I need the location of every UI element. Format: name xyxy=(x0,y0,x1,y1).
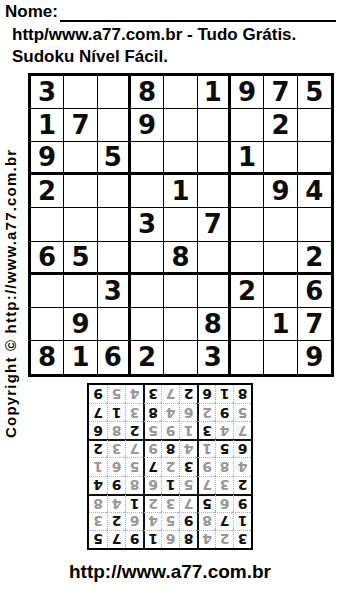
solution-cell-r9c1: 8 xyxy=(233,385,251,403)
solution-cell-r9c5: 7 xyxy=(161,385,179,403)
sudoku-cell-r4c2[interactable] xyxy=(64,175,97,208)
solution-cell-r2c5: 5 xyxy=(161,512,179,530)
solution-cell-r2c4: 9 xyxy=(179,512,197,530)
solution-cell-r9c3: 6 xyxy=(197,385,215,403)
sudoku-cell-r4c7[interactable] xyxy=(231,175,264,208)
solution-cell-r9c2: 1 xyxy=(215,385,233,403)
sudoku-cell-r9c8[interactable] xyxy=(264,341,297,374)
solution-cell-r1c6: 1 xyxy=(143,530,161,548)
sudoku-cell-r3c1[interactable]: 9 xyxy=(31,142,64,175)
sudoku-cell-r2c1[interactable]: 1 xyxy=(31,109,64,142)
sudoku-cell-r1c9[interactable]: 5 xyxy=(298,76,331,109)
sudoku-cell-r1c2[interactable] xyxy=(64,76,97,109)
sudoku-cell-r6c8[interactable] xyxy=(264,242,297,275)
solution-cell-r5c4: 3 xyxy=(179,457,197,475)
solution-cell-r5c8: 6 xyxy=(107,457,125,475)
solution-cell-r1c8: 7 xyxy=(107,530,125,548)
solution-cell-r5c5: 2 xyxy=(161,457,179,475)
sudoku-cell-r7c9[interactable]: 6 xyxy=(298,275,331,308)
sudoku-cell-r1c8[interactable]: 7 xyxy=(264,76,297,109)
sudoku-cell-r9c3[interactable]: 6 xyxy=(98,341,131,374)
solution-cell-r6c1: 6 xyxy=(233,439,251,457)
sudoku-cell-r4c6[interactable] xyxy=(198,175,231,208)
sudoku-cell-r9c2[interactable]: 1 xyxy=(64,341,97,374)
solution-cell-r6c7: 7 xyxy=(125,439,143,457)
solution-cell-r3c9: 8 xyxy=(89,494,107,512)
solution-cell-r8c6: 8 xyxy=(143,403,161,421)
sudoku-cell-r8c8[interactable]: 1 xyxy=(264,308,297,341)
solution-cell-r8c2: 9 xyxy=(215,403,233,421)
sudoku-cell-r5c6[interactable]: 7 xyxy=(198,208,231,241)
solution-cell-r7c4: 1 xyxy=(179,421,197,439)
solution-cell-r5c3: 9 xyxy=(197,457,215,475)
solution-cell-r7c5: 9 xyxy=(161,421,179,439)
solution-grid-rotated: 3248619751789546239657321482375168944893… xyxy=(87,383,253,550)
sudoku-cell-r5c9[interactable] xyxy=(298,208,331,241)
solution-cell-r1c7: 9 xyxy=(125,530,143,548)
sudoku-cell-r3c6[interactable] xyxy=(198,142,231,175)
sudoku-cell-r2c3[interactable] xyxy=(98,109,131,142)
sudoku-cell-r6c6[interactable] xyxy=(198,242,231,275)
solution-cell-r4c7: 8 xyxy=(125,476,143,494)
solution-cell-r8c4: 6 xyxy=(179,403,197,421)
copyright-vertical-text: Copyright © http://www.a77.com.br xyxy=(2,149,19,438)
solution-cell-r3c7: 1 xyxy=(125,494,143,512)
solution-cell-r4c3: 7 xyxy=(197,476,215,494)
sudoku-cell-r9c7[interactable] xyxy=(231,341,264,374)
solution-cell-r4c1: 2 xyxy=(233,476,251,494)
solution-cell-r8c1: 5 xyxy=(233,403,251,421)
solution-cell-r3c2: 6 xyxy=(215,494,233,512)
name-row: Nome: xyxy=(5,2,336,22)
sudoku-cell-r2c9[interactable] xyxy=(298,109,331,142)
name-label: Nome: xyxy=(5,2,58,22)
solution-cell-r1c4: 8 xyxy=(179,530,197,548)
solution-cell-r3c1: 9 xyxy=(233,494,251,512)
solution-cell-r4c4: 5 xyxy=(179,476,197,494)
solution-cell-r7c2: 4 xyxy=(215,421,233,439)
sudoku-cell-r1c6[interactable]: 1 xyxy=(198,76,231,109)
sudoku-cell-r6c2[interactable]: 5 xyxy=(64,242,97,275)
solution-cell-r6c6: 9 xyxy=(143,439,161,457)
sudoku-cell-r4c1[interactable]: 2 xyxy=(31,175,64,208)
solution-cell-r2c7: 6 xyxy=(125,512,143,530)
sudoku-cell-r1c4[interactable]: 8 xyxy=(131,76,164,109)
sudoku-cell-r3c9[interactable] xyxy=(298,142,331,175)
sudoku-cell-r5c7[interactable] xyxy=(231,208,264,241)
solution-cell-r1c9: 5 xyxy=(89,530,107,548)
solution-cell-r2c9: 3 xyxy=(89,512,107,530)
solution-cell-r5c9: 1 xyxy=(89,457,107,475)
sudoku-cell-r1c3[interactable] xyxy=(98,76,131,109)
solution-cell-r3c3: 5 xyxy=(197,494,215,512)
sudoku-cell-r3c8[interactable] xyxy=(264,142,297,175)
solution-cell-r7c8: 8 xyxy=(107,421,125,439)
solution-cell-r3c8: 4 xyxy=(107,494,125,512)
solution-cell-r2c8: 2 xyxy=(107,512,125,530)
sudoku-cell-r7c5[interactable] xyxy=(164,275,197,308)
sudoku-cell-r7c1[interactable] xyxy=(31,275,64,308)
sudoku-cell-r5c2[interactable] xyxy=(64,208,97,241)
solution-cell-r9c7: 4 xyxy=(125,385,143,403)
solution-cell-r9c6: 3 xyxy=(143,385,161,403)
sudoku-cell-r8c6[interactable]: 8 xyxy=(198,308,231,341)
sudoku-cell-r6c3[interactable] xyxy=(98,242,131,275)
sudoku-cell-r5c8[interactable] xyxy=(264,208,297,241)
solution-cell-r6c8: 3 xyxy=(107,439,125,457)
solution-cell-r1c3: 4 xyxy=(197,530,215,548)
solution-cell-r9c4: 2 xyxy=(179,385,197,403)
sudoku-cell-r2c6[interactable] xyxy=(198,109,231,142)
sudoku-cell-r8c2[interactable]: 9 xyxy=(64,308,97,341)
puzzle-title: Sudoku Nível Fácil. xyxy=(12,47,168,67)
solution-cell-r2c2: 7 xyxy=(215,512,233,530)
solution-cell-r6c4: 4 xyxy=(179,439,197,457)
sudoku-cell-r4c9[interactable]: 4 xyxy=(298,175,331,208)
solution-cell-r6c2: 5 xyxy=(215,439,233,457)
solution-cell-r4c2: 3 xyxy=(215,476,233,494)
solution-cell-r3c4: 7 xyxy=(179,494,197,512)
solution-cell-r4c6: 6 xyxy=(143,476,161,494)
sudoku-cell-r9c4[interactable]: 2 xyxy=(131,341,164,374)
sudoku-cell-r6c5[interactable]: 8 xyxy=(164,242,197,275)
solution-cell-r2c3: 8 xyxy=(197,512,215,530)
solution-cell-r1c5: 6 xyxy=(161,530,179,548)
sudoku-cell-r5c4[interactable]: 3 xyxy=(131,208,164,241)
solution-cell-r5c6: 7 xyxy=(143,457,161,475)
sudoku-cell-r8c3[interactable] xyxy=(98,308,131,341)
solution-cell-r5c2: 8 xyxy=(215,457,233,475)
sudoku-cell-r2c4[interactable]: 9 xyxy=(131,109,164,142)
sudoku-cell-r5c3[interactable] xyxy=(98,208,131,241)
sudoku-cell-r9c5[interactable] xyxy=(164,341,197,374)
site-tagline: http/www.a77.com.br - Tudo Grátis. xyxy=(12,25,296,45)
sudoku-cell-r8c9[interactable]: 7 xyxy=(298,308,331,341)
sudoku-cell-r3c4[interactable] xyxy=(131,142,164,175)
sudoku-cell-r6c1[interactable]: 6 xyxy=(31,242,64,275)
sudoku-cell-r2c2[interactable]: 7 xyxy=(64,109,97,142)
solution-cell-r4c8: 9 xyxy=(107,476,125,494)
footer-url: http://www.a77.com.br xyxy=(0,561,340,583)
sudoku-cell-r3c5[interactable] xyxy=(164,142,197,175)
sudoku-cell-r6c7[interactable] xyxy=(231,242,264,275)
solution-cell-r1c2: 2 xyxy=(215,530,233,548)
sudoku-cell-r3c3[interactable]: 5 xyxy=(98,142,131,175)
solution-cell-r1c1: 3 xyxy=(233,530,251,548)
solution-cell-r3c6: 2 xyxy=(143,494,161,512)
solution-cell-r6c9: 2 xyxy=(89,439,107,457)
sudoku-cell-r9c6[interactable]: 3 xyxy=(198,341,231,374)
sudoku-cell-r7c4[interactable] xyxy=(131,275,164,308)
sudoku-cell-r2c8[interactable]: 2 xyxy=(264,109,297,142)
sudoku-cell-r5c1[interactable] xyxy=(31,208,64,241)
name-fill-line[interactable] xyxy=(60,3,336,22)
solution-cell-r8c7: 3 xyxy=(125,403,143,421)
sudoku-cell-r5c5[interactable] xyxy=(164,208,197,241)
sudoku-cell-r8c4[interactable] xyxy=(131,308,164,341)
solution-cell-r9c8: 5 xyxy=(107,385,125,403)
sudoku-cell-r3c2[interactable] xyxy=(64,142,97,175)
sudoku-cell-r4c8[interactable]: 9 xyxy=(264,175,297,208)
sudoku-cell-r3c7[interactable]: 1 xyxy=(231,142,264,175)
sudoku-cell-r4c4[interactable] xyxy=(131,175,164,208)
sudoku-cell-r9c9[interactable]: 9 xyxy=(298,341,331,374)
sudoku-cell-r7c8[interactable] xyxy=(264,275,297,308)
sudoku-cell-r1c7[interactable]: 9 xyxy=(231,76,264,109)
solution-cell-r7c1: 7 xyxy=(233,421,251,439)
solution-cell-r7c3: 3 xyxy=(197,421,215,439)
sudoku-cell-r2c7[interactable] xyxy=(231,109,264,142)
solution-cell-r7c6: 5 xyxy=(143,421,161,439)
solution-cell-r2c1: 1 xyxy=(233,512,251,530)
sudoku-grid[interactable]: 381975179295121943765823269817816239 xyxy=(28,73,334,377)
solution-cell-r5c7: 5 xyxy=(125,457,143,475)
sudoku-cell-r7c6[interactable] xyxy=(198,275,231,308)
solution-cell-r5c1: 4 xyxy=(233,457,251,475)
solution-cell-r4c9: 4 xyxy=(89,476,107,494)
solution-cell-r9c9: 9 xyxy=(89,385,107,403)
solution-cell-r8c3: 2 xyxy=(197,403,215,421)
sudoku-worksheet-page: Nome: http/www.a77.com.br - Tudo Grátis.… xyxy=(0,0,340,596)
sudoku-cell-r7c2[interactable] xyxy=(64,275,97,308)
sudoku-cell-r1c1[interactable]: 3 xyxy=(31,76,64,109)
solution-cell-r4c5: 1 xyxy=(161,476,179,494)
solution-cell-r8c5: 4 xyxy=(161,403,179,421)
sudoku-cell-r8c7[interactable] xyxy=(231,308,264,341)
solution-cell-r6c5: 8 xyxy=(161,439,179,457)
sudoku-cell-r6c4[interactable] xyxy=(131,242,164,275)
sudoku-cell-r4c3[interactable] xyxy=(98,175,131,208)
solution-cell-r8c8: 1 xyxy=(107,403,125,421)
sudoku-cell-r1c5[interactable] xyxy=(164,76,197,109)
solution-cell-r7c7: 2 xyxy=(125,421,143,439)
solution-cell-r2c6: 4 xyxy=(143,512,161,530)
sudoku-cell-r7c7[interactable]: 2 xyxy=(231,275,264,308)
sudoku-cell-r9c1[interactable]: 8 xyxy=(31,341,64,374)
sudoku-cell-r4c5[interactable]: 1 xyxy=(164,175,197,208)
sudoku-cell-r6c9[interactable]: 2 xyxy=(298,242,331,275)
solution-cell-r6c3: 1 xyxy=(197,439,215,457)
sudoku-cell-r2c5[interactable] xyxy=(164,109,197,142)
sudoku-cell-r8c1[interactable] xyxy=(31,308,64,341)
solution-cell-r7c9: 6 xyxy=(89,421,107,439)
sudoku-cell-r8c5[interactable] xyxy=(164,308,197,341)
sudoku-cell-r7c3[interactable]: 3 xyxy=(98,275,131,308)
solution-cell-r8c9: 7 xyxy=(89,403,107,421)
solution-cell-r3c5: 3 xyxy=(161,494,179,512)
